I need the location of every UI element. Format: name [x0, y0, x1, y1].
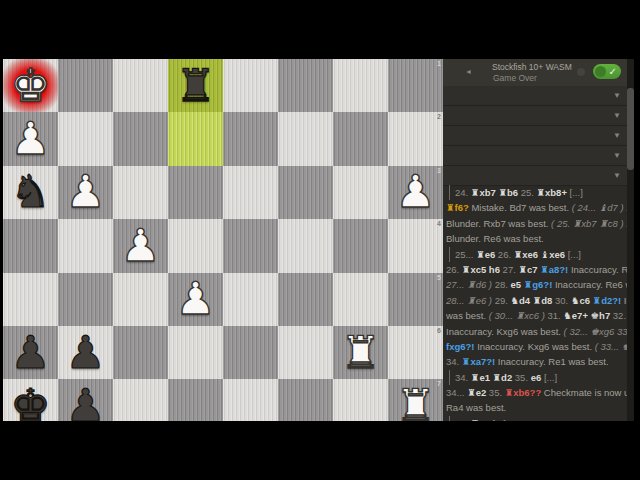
move-token[interactable]: ♜e2 — [467, 387, 489, 398]
square-d1[interactable] — [223, 59, 278, 112]
scrollbar-thumb[interactable] — [627, 88, 634, 170]
square-f7[interactable] — [113, 379, 168, 421]
comment-text: 34. — [455, 372, 471, 383]
move-token[interactable]: ( 30... ♜xc6 ) — [489, 310, 548, 321]
square-a6[interactable]: 6 — [388, 326, 443, 379]
square-c4[interactable] — [278, 219, 333, 272]
comment-text: [...] — [544, 372, 557, 383]
square-g5[interactable] — [58, 273, 113, 326]
move-line: 27... ♜d6 ) 28. e5 ♜g6?! Inaccuracy. Re6… — [446, 277, 630, 292]
square-g2[interactable] — [58, 112, 113, 165]
comment-text: 28. — [495, 279, 511, 290]
square-f5[interactable] — [113, 273, 168, 326]
move-token[interactable]: ( 25. ♜xb7 ♜c8 ) — [551, 218, 626, 229]
square-e4[interactable] — [168, 219, 223, 272]
square-f6[interactable] — [113, 326, 168, 379]
comment-text: [...] — [570, 187, 583, 198]
square-d4[interactable] — [223, 219, 278, 272]
square-d6[interactable] — [223, 326, 278, 379]
engine-header: ◄ Stockfish 10+ WASM Game Over ✓ — [443, 59, 634, 87]
move-token[interactable]: ♜xe6 ♝xe6 — [514, 249, 568, 260]
rank-label-4: 4 — [437, 220, 441, 227]
engine-line-row[interactable]: ▼ — [443, 86, 634, 106]
comment-text: 35. — [489, 387, 505, 398]
move-token[interactable]: ♜e6 — [476, 249, 498, 260]
rank-label-3: 3 — [437, 167, 441, 174]
variation-line: 35. ♜a4 [...] — [449, 416, 630, 421]
comment-text: 34... — [446, 387, 467, 398]
move-token[interactable]: ( 32... ♚xg6 33. ♜xa7 ) — [564, 326, 630, 337]
comment-text: was best. — [446, 310, 489, 321]
chevron-down-icon[interactable]: ▼ — [613, 111, 621, 120]
engine-line-row[interactable]: ▼ — [443, 146, 634, 166]
square-h7[interactable]: ♚ — [3, 379, 58, 421]
square-e3[interactable] — [168, 166, 223, 219]
piece-wR-b6[interactable]: ♜ — [333, 326, 388, 379]
comment-text: Ra4 was best. — [446, 402, 506, 413]
piece-bP-g6[interactable]: ♟ — [58, 326, 113, 379]
chevron-down-icon[interactable]: ▼ — [613, 131, 621, 140]
toggle-check-icon: ✓ — [609, 65, 617, 78]
variation-line: 25... ♜e6 26. ♜xe6 ♝xe6 [...] — [449, 247, 630, 262]
move-line: was best. ( 30... ♜xc6 ) 31. ♞e7+ ♚h7 32… — [446, 308, 630, 323]
comment-text: Inaccuracy. Re6 was best. — [552, 279, 630, 290]
comment-text: 30. — [555, 295, 571, 306]
engine-line-row[interactable]: ▼ — [443, 126, 634, 146]
analysis-panel: ◄ Stockfish 10+ WASM Game Over ✓ ▼▼▼▼▼ 2… — [443, 59, 634, 421]
piece-bK-h7[interactable]: ♚ — [3, 379, 58, 421]
engine-line-row[interactable]: ▼ — [443, 106, 634, 126]
move-line: Blunder. Re6 was best. — [446, 231, 630, 246]
video-frame: ♚♜1♟2♞♟3♟♟4♟5♟♟♜6♚♟7♜8 ◄ Stockfish 10+ W… — [0, 0, 640, 480]
move-line: ♜f6? Mistake. Bd7 was best. ( 24... ♝d7 … — [446, 200, 630, 215]
square-b4[interactable] — [333, 219, 388, 272]
move-line: 28... ♜e6 ) 29. ♞d4 ♜d8 30. ♞c6 ♜d2?! In… — [446, 293, 630, 308]
comment-text: 27. — [503, 264, 519, 275]
comment-text: Inaccuracy. Rd6 was best. — [568, 264, 630, 275]
gear-icon[interactable] — [577, 68, 585, 76]
move-token[interactable]: ♜xb6?? — [505, 387, 542, 398]
comment-text: [...] — [493, 418, 506, 421]
comment-text: 25. — [521, 187, 537, 198]
comment-text: Mistake. Bd7 was best. — [469, 202, 572, 213]
square-a3[interactable]: 3♟ — [388, 166, 443, 219]
comment-text: 25... — [455, 249, 476, 260]
scrollbar[interactable] — [627, 59, 634, 421]
comment-text: [...] — [568, 249, 581, 260]
comment-text: 26. — [498, 249, 514, 260]
square-d2[interactable] — [223, 112, 278, 165]
chevron-down-icon[interactable]: ▼ — [613, 91, 621, 100]
move-token[interactable]: ♜a4 — [471, 418, 493, 421]
square-e5[interactable]: ♟ — [168, 273, 223, 326]
square-g3[interactable]: ♟ — [58, 166, 113, 219]
square-a7[interactable]: 7♜ — [388, 379, 443, 421]
square-g4[interactable] — [58, 219, 113, 272]
piece-wP-f4[interactable]: ♟ — [113, 219, 168, 272]
move-token[interactable]: 28... ♜e6 ) — [446, 295, 495, 306]
square-c1[interactable] — [278, 59, 333, 112]
comment-text: Inaccuracy. Kxg6 was best. — [475, 341, 595, 352]
piece-wP-a3[interactable]: ♟ — [388, 166, 443, 219]
comment-text: 24. — [455, 187, 471, 198]
move-list: 24. ♜xb7 ♜b6 25. ♜xb8+ [...]♜f6? Mistake… — [443, 181, 630, 421]
square-g1[interactable] — [58, 59, 113, 112]
square-h3[interactable]: ♞ — [3, 166, 58, 219]
comment-text: Inaccuracy. Re1 was best. — [495, 356, 608, 367]
move-token[interactable]: e5 — [511, 279, 524, 290]
move-token[interactable]: 27... ♜d6 ) — [446, 279, 495, 290]
square-f1[interactable] — [113, 59, 168, 112]
move-token[interactable]: ♜f6? — [446, 202, 469, 213]
square-f2[interactable] — [113, 112, 168, 165]
move-line: 34... ♜e2 35. ♜xb6?? Checkmate is now un… — [446, 385, 630, 400]
comment-text: 29. — [495, 295, 511, 306]
move-token[interactable]: e6 — [531, 372, 544, 383]
comment-text: 31. — [547, 310, 563, 321]
square-b5[interactable] — [333, 273, 388, 326]
move-token[interactable]: ♜c7 — [518, 264, 540, 275]
move-line: 26. ♜xc5 h6 27. ♜c7 ♜a8?! Inaccuracy. Rd… — [446, 262, 630, 277]
move-token[interactable]: ♜a8?! — [540, 264, 568, 275]
square-a4[interactable]: 4 — [388, 219, 443, 272]
piece-bR-e1[interactable]: ♜ — [168, 59, 223, 112]
square-b1[interactable] — [333, 59, 388, 112]
square-g6[interactable]: ♟ — [58, 326, 113, 379]
comment-text: 26. — [446, 264, 462, 275]
square-e2[interactable] — [168, 112, 223, 165]
engine-line-list: ▼▼▼▼▼ — [443, 86, 634, 186]
square-a5[interactable]: 5 — [388, 273, 443, 326]
comment-text: Checkmate is now unavoidable. — [541, 387, 630, 398]
move-token[interactable]: ♞e7+ ♚h7 — [563, 310, 613, 321]
engine-toggle[interactable]: ✓ — [593, 64, 621, 79]
square-b6[interactable]: ♜ — [333, 326, 388, 379]
square-h2[interactable]: ♟ — [3, 112, 58, 165]
piece-bN-h3[interactable]: ♞ — [3, 166, 58, 219]
move-token[interactable]: ( 24... ♝d7 ) — [572, 202, 626, 213]
comment-text: Blunder. Rxb7 was best. — [446, 218, 551, 229]
piece-wP-g3[interactable]: ♟ — [58, 166, 113, 219]
move-line: fxg6?! Inaccuracy. Kxg6 was best. ( 33..… — [446, 339, 630, 354]
comment-text: Blunder. Re6 was best. — [446, 233, 544, 244]
chevron-down-icon[interactable]: ▼ — [613, 171, 621, 180]
comment-text: 35. — [515, 372, 531, 383]
rank-label-5: 5 — [437, 274, 441, 281]
square-c5[interactable] — [278, 273, 333, 326]
move-line: 34. ♜xa7?! Inaccuracy. Re1 was best. — [446, 354, 630, 369]
engine-name: Stockfish 10+ WASM — [492, 62, 572, 73]
move-token[interactable]: ♜d2?! — [593, 295, 622, 306]
square-a1[interactable]: 1 — [388, 59, 443, 112]
move-line: Inaccuracy. Kxg6 was best. ( 32... ♚xg6 … — [446, 324, 630, 339]
engine-status: Game Over — [493, 73, 537, 83]
comment-text: Inaccuracy. Kxg6 was best. — [446, 326, 564, 337]
move-token[interactable]: ♞d4 ♜d8 — [511, 295, 556, 306]
move-token[interactable]: ♜xa7?! — [462, 356, 495, 367]
square-f3[interactable] — [113, 166, 168, 219]
piece-wK-h1[interactable]: ♚ — [3, 59, 58, 112]
piece-bP-h6[interactable]: ♟ — [3, 326, 58, 379]
square-c3[interactable] — [278, 166, 333, 219]
square-b3[interactable] — [333, 166, 388, 219]
rank-label-1: 1 — [437, 60, 441, 67]
square-b7[interactable] — [333, 379, 388, 421]
piece-wP-e5[interactable]: ♟ — [168, 273, 223, 326]
move-token[interactable]: fxg6?! — [446, 341, 475, 352]
square-e6[interactable] — [168, 326, 223, 379]
square-e7[interactable] — [168, 379, 223, 421]
rank-label-7: 7 — [437, 380, 441, 387]
variation-line: 34. ♜e1 ♜d2 35. e6 [...] — [449, 370, 630, 385]
square-c7[interactable] — [278, 379, 333, 421]
comment-text: 35. — [455, 418, 471, 421]
square-d5[interactable] — [223, 273, 278, 326]
move-token[interactable]: ♜xc5 h6 — [462, 264, 503, 275]
toggle-knob — [595, 66, 606, 77]
move-token[interactable]: ♜g6?! — [524, 279, 553, 290]
chess-board[interactable]: ♚♜1♟2♞♟3♟♟4♟5♟♟♜6♚♟7♜8 — [3, 59, 443, 421]
square-d3[interactable] — [223, 166, 278, 219]
move-token[interactable]: ♜xb8+ — [537, 187, 570, 198]
rank-label-6: 6 — [437, 327, 441, 334]
piece-wP-h2[interactable]: ♟ — [3, 112, 58, 165]
square-c2[interactable] — [278, 112, 333, 165]
square-c6[interactable] — [278, 326, 333, 379]
move-token[interactable]: ♞c6 — [571, 295, 593, 306]
square-f4[interactable]: ♟ — [113, 219, 168, 272]
square-h5[interactable] — [3, 273, 58, 326]
chevron-down-icon[interactable]: ▼ — [613, 151, 621, 160]
move-token[interactable]: ( 33... ♚xg6 34. f5+ ) — [595, 341, 630, 352]
move-token[interactable]: ♜xb7 ♜b6 — [471, 187, 521, 198]
variation-line: 24. ♜xb7 ♜b6 25. ♜xb8+ [...] — [449, 185, 630, 200]
square-h4[interactable] — [3, 219, 58, 272]
move-line: Ra4 was best. — [446, 400, 630, 415]
square-g7[interactable]: ♟ — [58, 379, 113, 421]
piece-bP-g7[interactable]: ♟ — [58, 379, 113, 421]
square-e1[interactable]: ♜ — [168, 59, 223, 112]
square-d7[interactable] — [223, 379, 278, 421]
square-h1[interactable]: ♚ — [3, 59, 58, 112]
board-area: ♚♜1♟2♞♟3♟♟4♟5♟♟♜6♚♟7♜8 — [3, 59, 443, 421]
move-line: Blunder. Rxb7 was best. ( 25. ♜xb7 ♜c8 )… — [446, 216, 630, 231]
comment-text: 34. — [446, 356, 462, 367]
square-a2[interactable]: 2 — [388, 112, 443, 165]
piece-wR-a7[interactable]: ♜ — [388, 379, 443, 421]
collapse-arrow-icon[interactable]: ◄ — [465, 67, 472, 77]
move-token[interactable]: ♜e1 ♜d2 — [471, 372, 515, 383]
square-b2[interactable] — [333, 112, 388, 165]
square-h6[interactable]: ♟ — [3, 326, 58, 379]
rank-label-2: 2 — [437, 113, 441, 120]
